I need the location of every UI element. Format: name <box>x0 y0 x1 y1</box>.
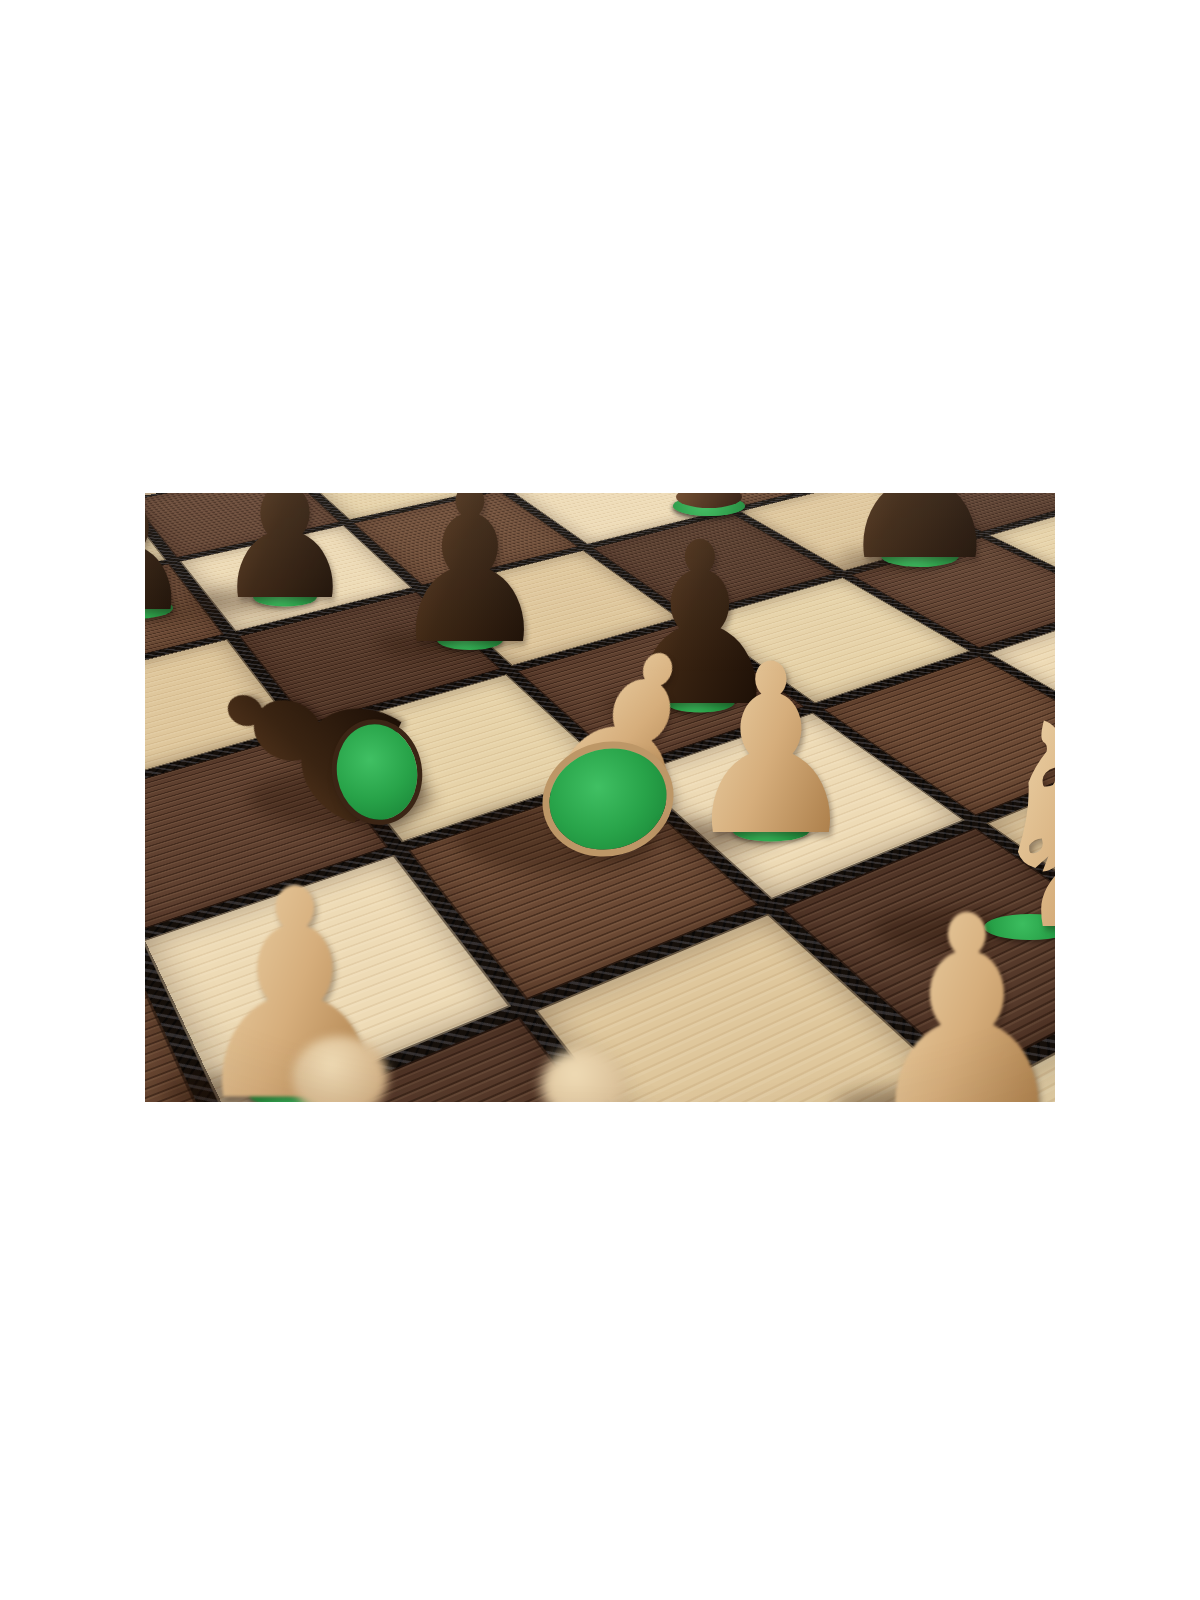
chessboard-photo: ♟♟♟♟♟♟♟♟♞♟♟ <box>145 493 1055 1102</box>
light-pawn-foreground-right-pawn-icon: ♟ <box>860 879 1055 1102</box>
light-pawn-center-pawn-icon: ♟ <box>683 633 860 868</box>
blurred-pawn-bottom-center-shape <box>541 1048 625 1102</box>
dark-pawn-top-right-cropped-pawn-icon: ♟ <box>835 493 1004 592</box>
page-background: ♟♟♟♟♟♟♟♟♞♟♟ <box>0 0 1200 1600</box>
dark-pawn-left-edge-partial-pawn-icon: ♟ <box>145 493 195 638</box>
pieces-layer: ♟♟♟♟♟♟♟♟♞♟♟ <box>145 493 1055 1102</box>
dark-pawn-mid-left-pawn-icon: ♟ <box>389 493 551 674</box>
dark-pawn-back-left-pawn-icon: ♟ <box>213 493 356 627</box>
